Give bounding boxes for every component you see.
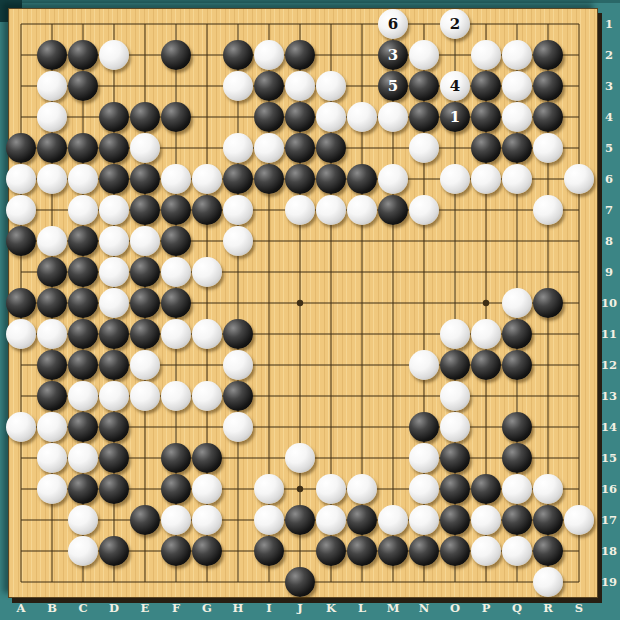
stone-N3 <box>409 71 439 101</box>
stone-H2 <box>223 40 253 70</box>
stone-O14 <box>440 412 470 442</box>
stone-P2 <box>471 40 501 70</box>
stone-N2 <box>409 40 439 70</box>
stone-B10 <box>37 288 67 318</box>
stone-F9 <box>161 257 191 287</box>
col-label-E: E <box>135 601 155 615</box>
stone-D18 <box>99 536 129 566</box>
stone-I6 <box>254 164 284 194</box>
row-label-19: 19 <box>599 575 619 589</box>
stone-C3 <box>68 71 98 101</box>
stone-F18 <box>161 536 191 566</box>
stone-C12 <box>68 350 98 380</box>
stone-O17 <box>440 505 470 535</box>
stone-F7 <box>161 195 191 225</box>
stone-F17 <box>161 505 191 535</box>
stone-G18 <box>192 536 222 566</box>
stone-H8 <box>223 226 253 256</box>
stone-J6 <box>285 164 315 194</box>
row-label-2: 2 <box>599 48 619 62</box>
stone-Q18 <box>502 536 532 566</box>
stone-D5 <box>99 133 129 163</box>
stone-P5 <box>471 133 501 163</box>
stone-Q12 <box>502 350 532 380</box>
stone-Q2 <box>502 40 532 70</box>
stone-E5 <box>130 133 160 163</box>
stone-K3 <box>316 71 346 101</box>
col-label-F: F <box>166 601 186 615</box>
stone-N17 <box>409 505 439 535</box>
stone-B8 <box>37 226 67 256</box>
stone-S17 <box>564 505 594 535</box>
stone-O12 <box>440 350 470 380</box>
stone-C5 <box>68 133 98 163</box>
row-label-13: 13 <box>599 389 619 403</box>
col-label-H: H <box>228 601 248 615</box>
stone-P18 <box>471 536 501 566</box>
stone-O11 <box>440 319 470 349</box>
stone-N5 <box>409 133 439 163</box>
stone-K17 <box>316 505 346 535</box>
stone-S6 <box>564 164 594 194</box>
stone-R10 <box>533 288 563 318</box>
col-label-G: G <box>197 601 217 615</box>
stone-C2 <box>68 40 98 70</box>
stone-B6 <box>37 164 67 194</box>
stone-B13 <box>37 381 67 411</box>
col-label-A: A <box>11 601 31 615</box>
stone-A7 <box>6 195 36 225</box>
col-label-K: K <box>321 601 341 615</box>
col-label-M: M <box>383 601 403 615</box>
col-label-C: C <box>73 601 93 615</box>
stone-R2 <box>533 40 563 70</box>
stone-I2 <box>254 40 284 70</box>
stone-R7 <box>533 195 563 225</box>
stone-M2 <box>378 40 408 70</box>
stone-D14 <box>99 412 129 442</box>
stone-C13 <box>68 381 98 411</box>
stone-N12 <box>409 350 439 380</box>
stone-C18 <box>68 536 98 566</box>
stone-K18 <box>316 536 346 566</box>
stone-P16 <box>471 474 501 504</box>
row-label-15: 15 <box>599 451 619 465</box>
stone-K5 <box>316 133 346 163</box>
stone-N15 <box>409 443 439 473</box>
stone-J5 <box>285 133 315 163</box>
stone-D16 <box>99 474 129 504</box>
stone-Q6 <box>502 164 532 194</box>
col-label-O: O <box>445 601 465 615</box>
stone-F6 <box>161 164 191 194</box>
stone-D15 <box>99 443 129 473</box>
stone-J3 <box>285 71 315 101</box>
stone-P11 <box>471 319 501 349</box>
stone-G9 <box>192 257 222 287</box>
row-label-10: 10 <box>599 296 619 310</box>
row-label-4: 4 <box>599 110 619 124</box>
stone-B2 <box>37 40 67 70</box>
stone-J17 <box>285 505 315 535</box>
row-label-9: 9 <box>599 265 619 279</box>
stone-A11 <box>6 319 36 349</box>
stone-C16 <box>68 474 98 504</box>
stone-G13 <box>192 381 222 411</box>
stone-B15 <box>37 443 67 473</box>
stone-B3 <box>37 71 67 101</box>
stone-D6 <box>99 164 129 194</box>
stone-Q5 <box>502 133 532 163</box>
stone-L17 <box>347 505 377 535</box>
stone-I17 <box>254 505 284 535</box>
stone-D4 <box>99 102 129 132</box>
stone-O15 <box>440 443 470 473</box>
stone-J2 <box>285 40 315 70</box>
stone-P4 <box>471 102 501 132</box>
stone-B16 <box>37 474 67 504</box>
stone-O1 <box>440 9 470 39</box>
stone-N18 <box>409 536 439 566</box>
stone-C17 <box>68 505 98 535</box>
stone-L4 <box>347 102 377 132</box>
stone-I18 <box>254 536 284 566</box>
stone-Q4 <box>502 102 532 132</box>
stone-H13 <box>223 381 253 411</box>
stone-O6 <box>440 164 470 194</box>
stone-E8 <box>130 226 160 256</box>
stone-I3 <box>254 71 284 101</box>
stone-K7 <box>316 195 346 225</box>
stone-R16 <box>533 474 563 504</box>
stone-H5 <box>223 133 253 163</box>
col-label-D: D <box>104 601 124 615</box>
stone-A8 <box>6 226 36 256</box>
stone-A14 <box>6 412 36 442</box>
col-label-R: R <box>538 601 558 615</box>
stone-H12 <box>223 350 253 380</box>
stone-M18 <box>378 536 408 566</box>
stone-M3 <box>378 71 408 101</box>
stone-C10 <box>68 288 98 318</box>
stone-L16 <box>347 474 377 504</box>
stone-N14 <box>409 412 439 442</box>
stone-Q17 <box>502 505 532 535</box>
stone-E7 <box>130 195 160 225</box>
stone-G7 <box>192 195 222 225</box>
stone-Q14 <box>502 412 532 442</box>
row-label-6: 6 <box>599 172 619 186</box>
stone-E17 <box>130 505 160 535</box>
stone-A10 <box>6 288 36 318</box>
stone-F2 <box>161 40 191 70</box>
col-label-I: I <box>259 601 279 615</box>
col-label-L: L <box>352 601 372 615</box>
stone-J19 <box>285 567 315 597</box>
stone-F4 <box>161 102 191 132</box>
stone-G17 <box>192 505 222 535</box>
stone-B14 <box>37 412 67 442</box>
stone-R5 <box>533 133 563 163</box>
stone-M6 <box>378 164 408 194</box>
stone-G11 <box>192 319 222 349</box>
stone-Q3 <box>502 71 532 101</box>
stone-G6 <box>192 164 222 194</box>
stone-D11 <box>99 319 129 349</box>
stone-R19 <box>533 567 563 597</box>
stone-D2 <box>99 40 129 70</box>
stone-C9 <box>68 257 98 287</box>
stone-L6 <box>347 164 377 194</box>
stone-C6 <box>68 164 98 194</box>
stone-F13 <box>161 381 191 411</box>
stone-A5 <box>6 133 36 163</box>
row-label-17: 17 <box>599 513 619 527</box>
row-label-14: 14 <box>599 420 619 434</box>
col-label-Q: Q <box>507 601 527 615</box>
stone-A6 <box>6 164 36 194</box>
stone-C11 <box>68 319 98 349</box>
stone-C7 <box>68 195 98 225</box>
stone-H7 <box>223 195 253 225</box>
stone-N4 <box>409 102 439 132</box>
stone-R3 <box>533 71 563 101</box>
stone-Q15 <box>502 443 532 473</box>
stone-B9 <box>37 257 67 287</box>
stone-D9 <box>99 257 129 287</box>
stone-F10 <box>161 288 191 318</box>
stone-R17 <box>533 505 563 535</box>
row-label-12: 12 <box>599 358 619 372</box>
stone-H14 <box>223 412 253 442</box>
row-label-8: 8 <box>599 234 619 248</box>
row-label-18: 18 <box>599 544 619 558</box>
stone-F11 <box>161 319 191 349</box>
stone-E11 <box>130 319 160 349</box>
stone-E12 <box>130 350 160 380</box>
stone-B5 <box>37 133 67 163</box>
stone-B12 <box>37 350 67 380</box>
stone-C15 <box>68 443 98 473</box>
row-label-1: 1 <box>599 17 619 31</box>
stone-F15 <box>161 443 191 473</box>
col-label-S: S <box>569 601 589 615</box>
stone-H6 <box>223 164 253 194</box>
stone-E10 <box>130 288 160 318</box>
stone-J7 <box>285 195 315 225</box>
stone-R18 <box>533 536 563 566</box>
stone-E6 <box>130 164 160 194</box>
stone-D8 <box>99 226 129 256</box>
col-label-J: J <box>290 601 310 615</box>
stone-M4 <box>378 102 408 132</box>
col-label-B: B <box>42 601 62 615</box>
stone-N16 <box>409 474 439 504</box>
stone-D12 <box>99 350 129 380</box>
stone-H3 <box>223 71 253 101</box>
stone-C14 <box>68 412 98 442</box>
stone-F8 <box>161 226 191 256</box>
stone-K16 <box>316 474 346 504</box>
stone-I4 <box>254 102 284 132</box>
stone-L7 <box>347 195 377 225</box>
stone-F16 <box>161 474 191 504</box>
stone-O4 <box>440 102 470 132</box>
stone-D10 <box>99 288 129 318</box>
stone-P3 <box>471 71 501 101</box>
stone-J15 <box>285 443 315 473</box>
col-label-N: N <box>414 601 434 615</box>
stone-B4 <box>37 102 67 132</box>
stone-M1 <box>378 9 408 39</box>
stone-Q10 <box>502 288 532 318</box>
stone-O13 <box>440 381 470 411</box>
stone-D7 <box>99 195 129 225</box>
stone-E4 <box>130 102 160 132</box>
stone-I16 <box>254 474 284 504</box>
stone-M7 <box>378 195 408 225</box>
stone-K6 <box>316 164 346 194</box>
stone-B11 <box>37 319 67 349</box>
stone-R4 <box>533 102 563 132</box>
row-label-5: 5 <box>599 141 619 155</box>
stone-E13 <box>130 381 160 411</box>
stone-C8 <box>68 226 98 256</box>
stone-P6 <box>471 164 501 194</box>
stone-N7 <box>409 195 439 225</box>
col-label-P: P <box>476 601 496 615</box>
stone-Q16 <box>502 474 532 504</box>
stone-J4 <box>285 102 315 132</box>
row-label-16: 16 <box>599 482 619 496</box>
stone-O16 <box>440 474 470 504</box>
row-label-7: 7 <box>599 203 619 217</box>
stone-P17 <box>471 505 501 535</box>
stone-O3 <box>440 71 470 101</box>
stone-H11 <box>223 319 253 349</box>
stone-P12 <box>471 350 501 380</box>
stone-L18 <box>347 536 377 566</box>
stone-G15 <box>192 443 222 473</box>
stone-G16 <box>192 474 222 504</box>
stone-E9 <box>130 257 160 287</box>
stone-M17 <box>378 505 408 535</box>
stone-I5 <box>254 133 284 163</box>
row-label-11: 11 <box>599 327 619 341</box>
stone-D13 <box>99 381 129 411</box>
stone-Q11 <box>502 319 532 349</box>
stone-K4 <box>316 102 346 132</box>
stone-O18 <box>440 536 470 566</box>
row-label-3: 3 <box>599 79 619 93</box>
go-game-screen: 123456 ABCDEFGHIJKLMNOPQRS 1234567891011… <box>0 0 620 620</box>
